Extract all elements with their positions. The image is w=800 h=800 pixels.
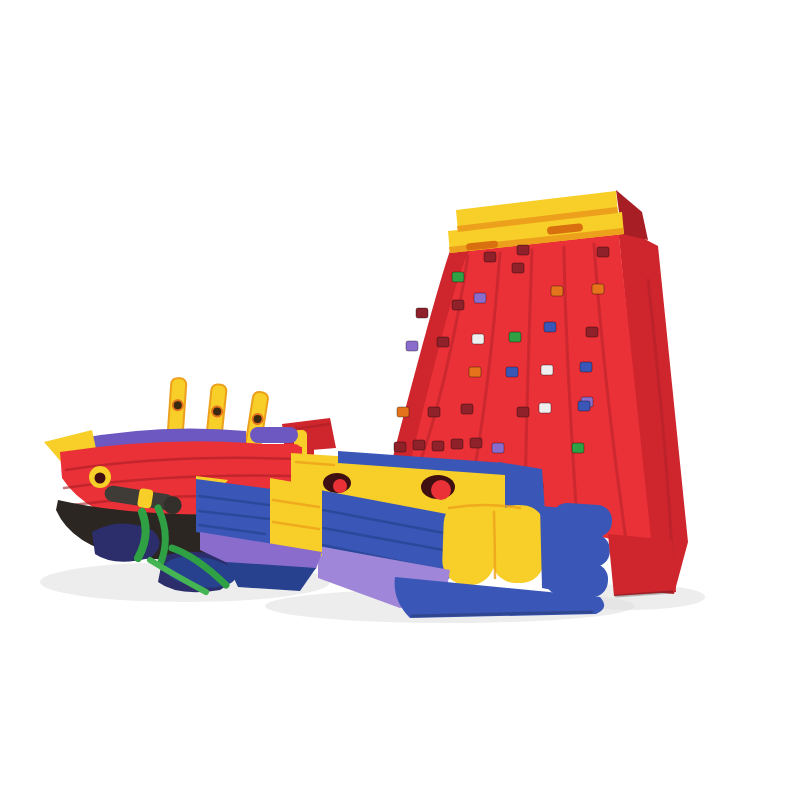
- climbing-hold: [572, 443, 584, 453]
- climbing-hold: [492, 443, 504, 453]
- climbing-hold: [397, 407, 409, 417]
- climbing-hold: [461, 404, 473, 414]
- climbing-hold: [451, 439, 463, 449]
- climbing-hold: [452, 300, 464, 310]
- climbing-hold: [512, 263, 524, 273]
- climbing-hold: [580, 362, 592, 372]
- module-corner-column: [270, 478, 322, 556]
- product-photo: [0, 0, 800, 800]
- climbing-hold: [506, 367, 518, 377]
- climbing-hold: [474, 293, 486, 303]
- climbing-hold: [544, 322, 556, 332]
- mast-hole: [252, 413, 263, 424]
- climbing-hold: [470, 438, 482, 448]
- climbing-hold: [592, 284, 604, 294]
- climbing-hold: [597, 247, 609, 257]
- climbing-hold: [509, 332, 521, 342]
- climbing-hold: [394, 442, 406, 452]
- climbing-hold: [484, 252, 496, 262]
- mast-hole: [172, 400, 183, 411]
- red-ball: [333, 479, 347, 493]
- climbing-hold: [586, 327, 598, 337]
- climbing-hold: [416, 308, 428, 318]
- mast-hole: [212, 406, 223, 417]
- climbing-hold: [517, 245, 529, 255]
- climbing-hold: [452, 272, 464, 282]
- climbing-hold: [437, 337, 449, 347]
- red-ball: [431, 480, 451, 500]
- climbing-hold: [517, 407, 529, 417]
- inflatable-playground-illustration: [0, 0, 800, 800]
- climbing-hold: [413, 440, 425, 450]
- climbing-hold: [428, 407, 440, 417]
- climbing-hold: [541, 365, 553, 375]
- climbing-hold: [472, 334, 484, 344]
- climbing-hold: [578, 401, 590, 411]
- module-yellow-tubes: [442, 499, 547, 586]
- climbing-hold: [469, 367, 481, 377]
- climbing-hold: [432, 441, 444, 451]
- climbing-hold: [406, 341, 418, 351]
- climbing-hold: [539, 403, 551, 413]
- climbing-hold: [551, 286, 563, 296]
